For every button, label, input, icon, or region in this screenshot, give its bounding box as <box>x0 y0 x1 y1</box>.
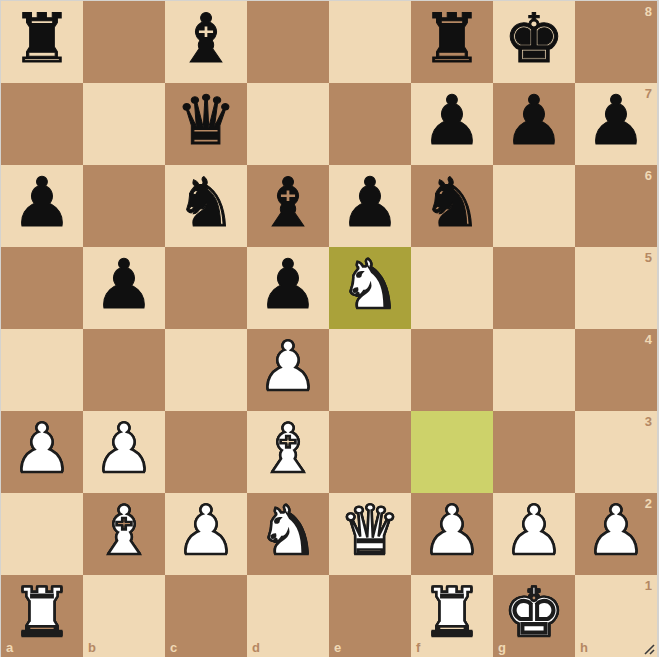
rank-label-5: 5 <box>645 251 652 264</box>
file-label-e: e <box>334 641 341 654</box>
square-f6[interactable]: ♞ <box>411 165 493 247</box>
square-d4[interactable]: ♟ <box>247 329 329 411</box>
square-f2[interactable]: ♟ <box>411 493 493 575</box>
piece-white-pawn[interactable]: ♟ <box>504 493 565 572</box>
square-f4[interactable] <box>411 329 493 411</box>
piece-white-king[interactable]: ♚ <box>504 575 565 654</box>
file-label-f: f <box>416 641 420 654</box>
square-g6[interactable] <box>493 165 575 247</box>
piece-black-queen[interactable]: ♛ <box>176 83 237 162</box>
square-b4[interactable] <box>83 329 165 411</box>
chess-board-container: ♜♝♜♚8♛♟♟♟7♟♞♝♟♞6♟♟♞5♟4♟♟♝3♝♟♞♛♟♟♟2♜abcde… <box>1 1 657 657</box>
piece-black-rook[interactable]: ♜ <box>12 1 73 80</box>
square-c6[interactable]: ♞ <box>165 165 247 247</box>
square-f1[interactable]: ♜f <box>411 575 493 657</box>
square-h5[interactable]: 5 <box>575 247 657 329</box>
piece-white-knight[interactable]: ♞ <box>340 247 401 326</box>
piece-white-rook[interactable]: ♜ <box>12 575 73 654</box>
piece-black-pawn[interactable]: ♟ <box>94 247 155 326</box>
square-e6[interactable]: ♟ <box>329 165 411 247</box>
square-c3[interactable] <box>165 411 247 493</box>
square-d2[interactable]: ♞ <box>247 493 329 575</box>
piece-black-pawn[interactable]: ♟ <box>504 83 565 162</box>
square-g4[interactable] <box>493 329 575 411</box>
square-a6[interactable]: ♟ <box>1 165 83 247</box>
square-b2[interactable]: ♝ <box>83 493 165 575</box>
square-c8[interactable]: ♝ <box>165 1 247 83</box>
square-h4[interactable]: 4 <box>575 329 657 411</box>
square-a4[interactable] <box>1 329 83 411</box>
square-c5[interactable] <box>165 247 247 329</box>
square-c2[interactable]: ♟ <box>165 493 247 575</box>
piece-black-pawn[interactable]: ♟ <box>340 165 401 244</box>
rank-label-3: 3 <box>645 415 652 428</box>
square-f7[interactable]: ♟ <box>411 83 493 165</box>
square-h6[interactable]: 6 <box>575 165 657 247</box>
square-a8[interactable]: ♜ <box>1 1 83 83</box>
square-a2[interactable] <box>1 493 83 575</box>
square-a1[interactable]: ♜a <box>1 575 83 657</box>
chess-board: ♜♝♜♚8♛♟♟♟7♟♞♝♟♞6♟♟♞5♟4♟♟♝3♝♟♞♛♟♟♟2♜abcde… <box>1 1 657 657</box>
square-b1[interactable]: b <box>83 575 165 657</box>
square-f3[interactable] <box>411 411 493 493</box>
piece-white-bishop[interactable]: ♝ <box>94 493 155 572</box>
square-h2[interactable]: ♟2 <box>575 493 657 575</box>
square-d6[interactable]: ♝ <box>247 165 329 247</box>
square-d7[interactable] <box>247 83 329 165</box>
piece-black-king[interactable]: ♚ <box>504 1 565 80</box>
square-f8[interactable]: ♜ <box>411 1 493 83</box>
piece-white-queen[interactable]: ♛ <box>340 493 401 572</box>
piece-white-knight[interactable]: ♞ <box>258 493 319 572</box>
square-h3[interactable]: 3 <box>575 411 657 493</box>
square-d8[interactable] <box>247 1 329 83</box>
piece-white-pawn[interactable]: ♟ <box>94 411 155 490</box>
square-a7[interactable] <box>1 83 83 165</box>
square-h8[interactable]: 8 <box>575 1 657 83</box>
rank-label-1: 1 <box>645 579 652 592</box>
square-b5[interactable]: ♟ <box>83 247 165 329</box>
square-g2[interactable]: ♟ <box>493 493 575 575</box>
square-b8[interactable] <box>83 1 165 83</box>
square-e1[interactable]: e <box>329 575 411 657</box>
file-label-b: b <box>88 641 96 654</box>
piece-black-pawn[interactable]: ♟ <box>258 247 319 326</box>
piece-white-pawn[interactable]: ♟ <box>12 411 73 490</box>
piece-white-rook[interactable]: ♜ <box>422 575 483 654</box>
square-e8[interactable] <box>329 1 411 83</box>
file-label-d: d <box>252 641 260 654</box>
square-c1[interactable]: c <box>165 575 247 657</box>
piece-black-bishop[interactable]: ♝ <box>176 1 237 80</box>
square-d5[interactable]: ♟ <box>247 247 329 329</box>
square-f5[interactable] <box>411 247 493 329</box>
square-c4[interactable] <box>165 329 247 411</box>
square-d1[interactable]: d <box>247 575 329 657</box>
square-h7[interactable]: ♟7 <box>575 83 657 165</box>
square-g1[interactable]: ♚g <box>493 575 575 657</box>
piece-black-bishop[interactable]: ♝ <box>258 165 319 244</box>
piece-black-pawn[interactable]: ♟ <box>422 83 483 162</box>
square-d3[interactable]: ♝ <box>247 411 329 493</box>
square-e3[interactable] <box>329 411 411 493</box>
board-resize-grip-icon[interactable] <box>640 640 656 656</box>
square-g3[interactable] <box>493 411 575 493</box>
piece-black-pawn[interactable]: ♟ <box>586 83 647 162</box>
piece-white-pawn[interactable]: ♟ <box>422 493 483 572</box>
file-label-h: h <box>580 641 588 654</box>
square-g7[interactable]: ♟ <box>493 83 575 165</box>
piece-black-pawn[interactable]: ♟ <box>12 165 73 244</box>
square-e7[interactable] <box>329 83 411 165</box>
piece-black-rook[interactable]: ♜ <box>422 1 483 80</box>
piece-white-bishop[interactable]: ♝ <box>258 411 319 490</box>
square-g5[interactable] <box>493 247 575 329</box>
piece-white-pawn[interactable]: ♟ <box>176 493 237 572</box>
rank-label-4: 4 <box>645 333 652 346</box>
file-label-c: c <box>170 641 177 654</box>
piece-white-pawn[interactable]: ♟ <box>586 493 647 572</box>
square-g8[interactable]: ♚ <box>493 1 575 83</box>
rank-label-8: 8 <box>645 5 652 18</box>
square-e5[interactable]: ♞ <box>329 247 411 329</box>
square-c7[interactable]: ♛ <box>165 83 247 165</box>
piece-black-knight[interactable]: ♞ <box>176 165 237 244</box>
square-a3[interactable]: ♟ <box>1 411 83 493</box>
piece-white-pawn[interactable]: ♟ <box>258 329 319 408</box>
square-a5[interactable] <box>1 247 83 329</box>
square-b3[interactable]: ♟ <box>83 411 165 493</box>
square-e2[interactable]: ♛ <box>329 493 411 575</box>
piece-black-knight[interactable]: ♞ <box>422 165 483 244</box>
rank-label-6: 6 <box>645 169 652 182</box>
square-b6[interactable] <box>83 165 165 247</box>
square-b7[interactable] <box>83 83 165 165</box>
square-e4[interactable] <box>329 329 411 411</box>
